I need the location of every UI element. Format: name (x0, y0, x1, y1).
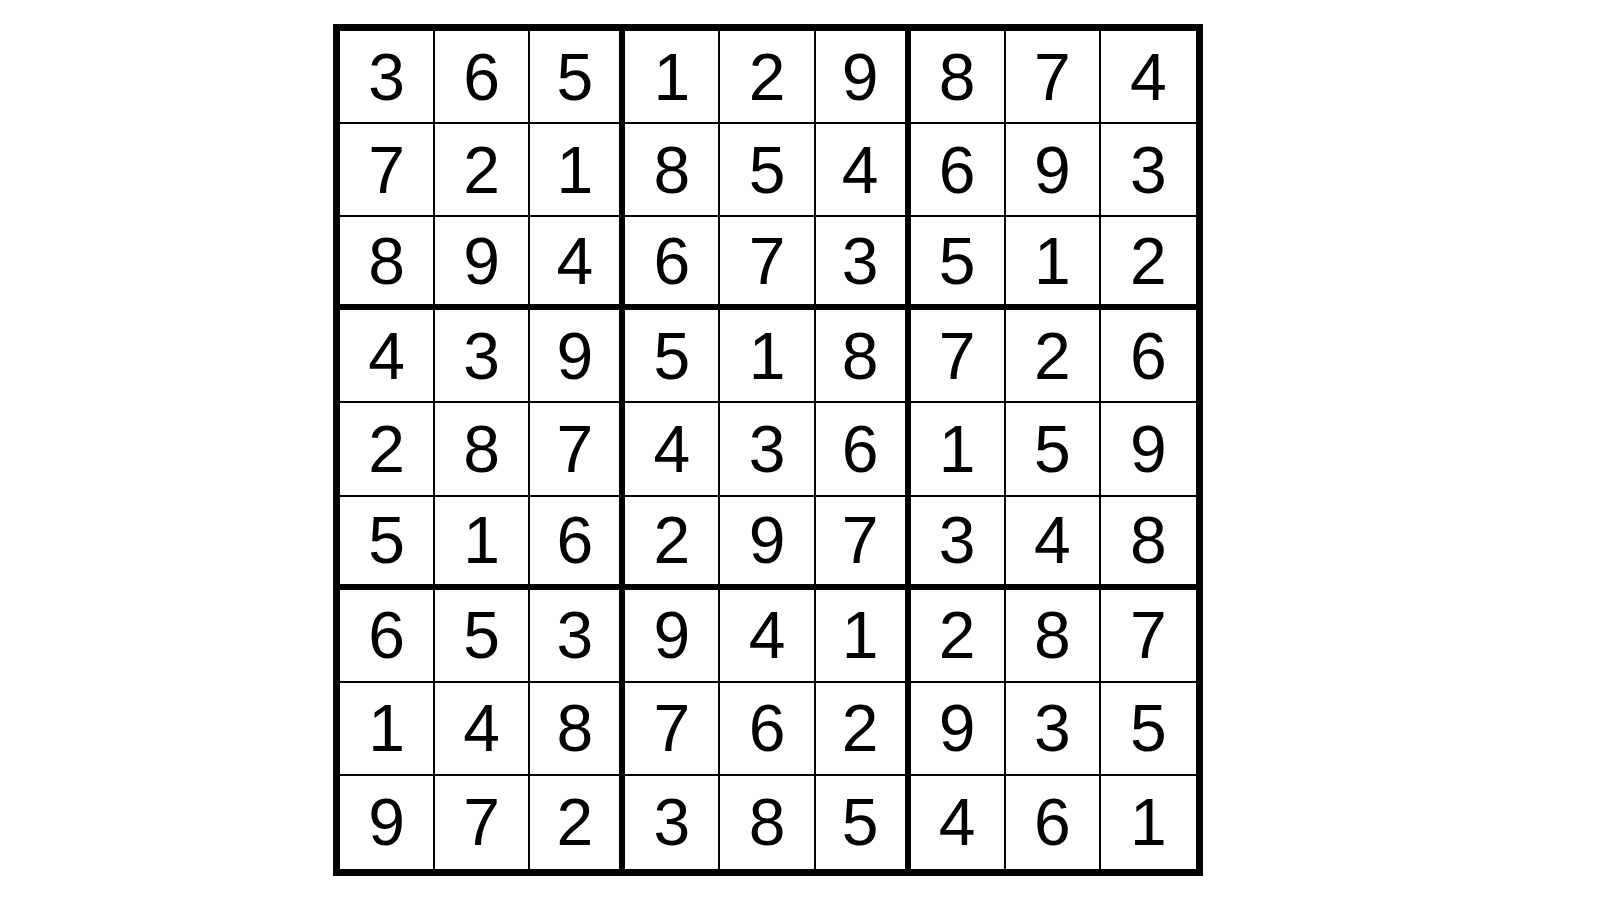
sudoku-cell-r1c8[interactable]: 7 (1006, 31, 1101, 124)
sudoku-cell-r1c4[interactable]: 1 (625, 31, 720, 124)
sudoku-cell-r7c5[interactable]: 4 (720, 590, 815, 683)
sudoku-cell-r8c1[interactable]: 1 (340, 683, 435, 776)
sudoku-cell-r9c2[interactable]: 7 (435, 776, 530, 869)
sudoku-cell-r8c4[interactable]: 7 (625, 683, 720, 776)
sudoku-cell-r6c8[interactable]: 4 (1006, 497, 1101, 590)
sudoku-cell-r6c7[interactable]: 3 (911, 497, 1006, 590)
sudoku-cell-r5c1[interactable]: 2 (340, 403, 435, 496)
sudoku-cell-r4c3[interactable]: 9 (530, 310, 625, 403)
sudoku-cell-r1c5[interactable]: 2 (720, 31, 815, 124)
sudoku-cell-r5c3[interactable]: 7 (530, 403, 625, 496)
sudoku-cell-r9c1[interactable]: 9 (340, 776, 435, 869)
sudoku-cell-r5c4[interactable]: 4 (625, 403, 720, 496)
sudoku-cell-r9c3[interactable]: 2 (530, 776, 625, 869)
sudoku-cell-r3c4[interactable]: 6 (625, 217, 720, 310)
sudoku-cell-r9c4[interactable]: 3 (625, 776, 720, 869)
sudoku-cell-r7c9[interactable]: 7 (1101, 590, 1196, 683)
sudoku-cell-r4c7[interactable]: 7 (911, 310, 1006, 403)
sudoku-cell-r6c9[interactable]: 8 (1101, 497, 1196, 590)
sudoku-cell-r6c5[interactable]: 9 (720, 497, 815, 590)
sudoku-cell-r7c3[interactable]: 3 (530, 590, 625, 683)
sudoku-cell-r5c6[interactable]: 6 (816, 403, 911, 496)
sudoku-cell-r3c1[interactable]: 8 (340, 217, 435, 310)
sudoku-cell-r2c5[interactable]: 5 (720, 124, 815, 217)
sudoku-cell-r8c9[interactable]: 5 (1101, 683, 1196, 776)
sudoku-cell-r3c5[interactable]: 7 (720, 217, 815, 310)
sudoku-cell-r3c8[interactable]: 1 (1006, 217, 1101, 310)
sudoku-cell-r2c1[interactable]: 7 (340, 124, 435, 217)
sudoku-cell-r1c7[interactable]: 8 (911, 31, 1006, 124)
sudoku-cell-r5c2[interactable]: 8 (435, 403, 530, 496)
sudoku-cell-r9c5[interactable]: 8 (720, 776, 815, 869)
sudoku-cell-r7c8[interactable]: 8 (1006, 590, 1101, 683)
page-background: 3651298747218546938946735124395187262874… (0, 0, 1600, 900)
sudoku-cell-r5c7[interactable]: 1 (911, 403, 1006, 496)
sudoku-cell-r4c4[interactable]: 5 (625, 310, 720, 403)
sudoku-cell-r7c6[interactable]: 1 (816, 590, 911, 683)
sudoku-cell-r2c2[interactable]: 2 (435, 124, 530, 217)
sudoku-cell-r3c7[interactable]: 5 (911, 217, 1006, 310)
sudoku-cell-r6c4[interactable]: 2 (625, 497, 720, 590)
sudoku-board: 3651298747218546938946735124395187262874… (333, 24, 1203, 876)
sudoku-cell-r6c1[interactable]: 5 (340, 497, 435, 590)
sudoku-cell-r2c4[interactable]: 8 (625, 124, 720, 217)
sudoku-cell-r4c6[interactable]: 8 (816, 310, 911, 403)
sudoku-cell-r6c2[interactable]: 1 (435, 497, 530, 590)
sudoku-cell-r8c5[interactable]: 6 (720, 683, 815, 776)
sudoku-cell-r7c4[interactable]: 9 (625, 590, 720, 683)
sudoku-cell-r1c1[interactable]: 3 (340, 31, 435, 124)
sudoku-cell-r8c8[interactable]: 3 (1006, 683, 1101, 776)
sudoku-cell-r2c7[interactable]: 6 (911, 124, 1006, 217)
sudoku-cell-r1c3[interactable]: 5 (530, 31, 625, 124)
sudoku-cell-r4c1[interactable]: 4 (340, 310, 435, 403)
sudoku-cell-r7c2[interactable]: 5 (435, 590, 530, 683)
sudoku-cell-r8c7[interactable]: 9 (911, 683, 1006, 776)
sudoku-cell-r5c9[interactable]: 9 (1101, 403, 1196, 496)
sudoku-cell-r4c2[interactable]: 3 (435, 310, 530, 403)
sudoku-cell-r4c9[interactable]: 6 (1101, 310, 1196, 403)
sudoku-cell-r9c7[interactable]: 4 (911, 776, 1006, 869)
sudoku-cell-r8c6[interactable]: 2 (816, 683, 911, 776)
sudoku-cell-r7c7[interactable]: 2 (911, 590, 1006, 683)
sudoku-cell-r8c2[interactable]: 4 (435, 683, 530, 776)
sudoku-cell-r6c6[interactable]: 7 (816, 497, 911, 590)
sudoku-cell-r4c8[interactable]: 2 (1006, 310, 1101, 403)
sudoku-cell-r6c3[interactable]: 6 (530, 497, 625, 590)
sudoku-cell-r9c9[interactable]: 1 (1101, 776, 1196, 869)
sudoku-cell-r2c9[interactable]: 3 (1101, 124, 1196, 217)
sudoku-cell-r9c8[interactable]: 6 (1006, 776, 1101, 869)
sudoku-cell-r1c9[interactable]: 4 (1101, 31, 1196, 124)
sudoku-cell-r2c8[interactable]: 9 (1006, 124, 1101, 217)
sudoku-cell-r5c8[interactable]: 5 (1006, 403, 1101, 496)
sudoku-cell-r3c6[interactable]: 3 (816, 217, 911, 310)
sudoku-cell-r7c1[interactable]: 6 (340, 590, 435, 683)
sudoku-cell-r4c5[interactable]: 1 (720, 310, 815, 403)
sudoku-cell-r1c2[interactable]: 6 (435, 31, 530, 124)
sudoku-cell-r3c3[interactable]: 4 (530, 217, 625, 310)
sudoku-cell-r9c6[interactable]: 5 (816, 776, 911, 869)
sudoku-cell-r1c6[interactable]: 9 (816, 31, 911, 124)
sudoku-cell-r3c9[interactable]: 2 (1101, 217, 1196, 310)
sudoku-cell-r2c3[interactable]: 1 (530, 124, 625, 217)
sudoku-cell-r5c5[interactable]: 3 (720, 403, 815, 496)
sudoku-cell-r2c6[interactable]: 4 (816, 124, 911, 217)
sudoku-cell-r3c2[interactable]: 9 (435, 217, 530, 310)
sudoku-cell-r8c3[interactable]: 8 (530, 683, 625, 776)
